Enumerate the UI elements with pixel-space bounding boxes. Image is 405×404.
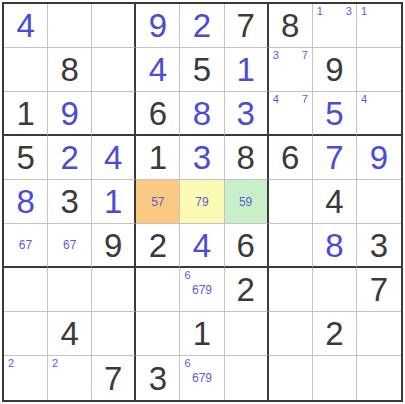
cell-r4c2[interactable]: 2 [48, 136, 92, 180]
entered-digit: 8 [193, 97, 211, 130]
entered-digit: 9 [370, 141, 388, 174]
given-digit: 4 [60, 317, 78, 350]
cell-r9c2[interactable]: 2 [48, 356, 92, 400]
cell-r9c4[interactable]: 3 [136, 356, 180, 400]
cell-r3c8[interactable]: 5 [313, 92, 357, 136]
cell-r2c9[interactable] [357, 48, 401, 92]
entered-digit: 9 [60, 97, 78, 130]
cell-r8c1[interactable] [4, 312, 48, 356]
given-digit: 9 [104, 229, 122, 262]
entered-digit: 2 [60, 141, 78, 174]
cell-r3c2[interactable]: 9 [48, 92, 92, 136]
cell-r7c7[interactable] [269, 268, 313, 312]
cell-r7c9[interactable]: 7 [357, 268, 401, 312]
cell-r6c5[interactable]: 4 [180, 224, 224, 268]
cell-r8c6[interactable] [225, 312, 269, 356]
cell-r7c4[interactable] [136, 268, 180, 312]
pencil-center-marks: 67 [19, 239, 32, 251]
cell-r3c5[interactable]: 8 [180, 92, 224, 136]
cell-r1c8[interactable]: 13 [313, 4, 357, 48]
cell-r5c5[interactable]: 79 [180, 180, 224, 224]
pencil-corner-mark: 7 [302, 49, 308, 61]
entered-digit: 7 [325, 141, 343, 174]
given-digit: 6 [236, 229, 254, 262]
given-digit: 2 [149, 229, 167, 262]
entered-digit: 3 [236, 97, 254, 130]
cell-r2c4[interactable]: 4 [136, 48, 180, 92]
cell-r2c5[interactable]: 5 [180, 48, 224, 92]
cell-r8c2[interactable]: 4 [48, 312, 92, 356]
cell-r9c1[interactable]: 2 [4, 356, 48, 400]
cell-r4c1[interactable]: 5 [4, 136, 48, 180]
cell-r5c9[interactable] [357, 180, 401, 224]
pencil-corner-mark: 1 [361, 5, 367, 17]
cell-r3c1[interactable]: 1 [4, 92, 48, 136]
cell-r5c1[interactable]: 8 [4, 180, 48, 224]
cell-r5c7[interactable] [269, 180, 313, 224]
given-digit: 8 [281, 9, 299, 42]
entered-digit: 4 [16, 9, 34, 42]
cell-r9c8[interactable] [313, 356, 357, 400]
cell-r1c4[interactable]: 9 [136, 4, 180, 48]
cell-r1c3[interactable] [92, 4, 136, 48]
given-digit: 4 [325, 185, 343, 218]
cell-r6c9[interactable]: 3 [357, 224, 401, 268]
cell-r4c7[interactable]: 6 [269, 136, 313, 180]
cell-r4c3[interactable]: 4 [92, 136, 136, 180]
entered-digit: 8 [325, 229, 343, 262]
entered-digit: 1 [236, 53, 254, 86]
entered-digit: 4 [149, 53, 167, 86]
cell-r6c6[interactable]: 6 [225, 224, 269, 268]
entered-digit: 1 [104, 185, 122, 218]
pencil-corner-mark: 7 [302, 93, 308, 105]
cell-r2c6[interactable]: 1 [225, 48, 269, 92]
cell-r7c1[interactable] [4, 268, 48, 312]
cell-r4c4[interactable]: 1 [136, 136, 180, 180]
cell-r8c4[interactable] [136, 312, 180, 356]
pencil-corner-mark: 2 [8, 357, 14, 369]
given-digit: 3 [370, 229, 388, 262]
pencil-center-marks: 679 [192, 284, 212, 296]
entered-digit: 4 [104, 141, 122, 174]
pencil-corner-mark: 4 [361, 93, 367, 105]
pencil-center-marks: 57 [151, 196, 164, 208]
cell-r8c8[interactable]: 2 [313, 312, 357, 356]
cell-r9c5[interactable]: 6679 [180, 356, 224, 400]
cell-r4c5[interactable]: 3 [180, 136, 224, 180]
cell-r9c7[interactable] [269, 356, 313, 400]
cell-r4c9[interactable]: 9 [357, 136, 401, 180]
given-digit: 2 [236, 273, 254, 306]
cell-r2c2[interactable]: 8 [48, 48, 92, 92]
pencil-corner-mark: 6 [184, 357, 190, 369]
cell-r2c1[interactable] [4, 48, 48, 92]
given-digit: 5 [193, 53, 211, 86]
given-digit: 3 [149, 362, 167, 395]
cell-r8c9[interactable] [357, 312, 401, 356]
given-digit: 1 [149, 141, 167, 174]
cell-r1c1[interactable]: 4 [4, 4, 48, 48]
given-digit: 9 [325, 53, 343, 86]
cell-r9c6[interactable] [225, 356, 269, 400]
cell-r6c1[interactable]: 67 [4, 224, 48, 268]
cell-r7c8[interactable] [313, 268, 357, 312]
cell-r2c7[interactable]: 37 [269, 48, 313, 92]
cell-r3c7[interactable]: 47 [269, 92, 313, 136]
cell-r4c8[interactable]: 7 [313, 136, 357, 180]
cell-r2c3[interactable] [92, 48, 136, 92]
pencil-corner-mark: 1 [317, 5, 323, 17]
given-digit: 7 [370, 273, 388, 306]
cell-r5c2[interactable]: 3 [48, 180, 92, 224]
cell-r8c5[interactable]: 1 [180, 312, 224, 356]
given-digit: 7 [236, 9, 254, 42]
cell-r1c9[interactable]: 1 [357, 4, 401, 48]
cell-r1c7[interactable]: 8 [269, 4, 313, 48]
cell-r7c3[interactable] [92, 268, 136, 312]
cell-r7c5[interactable]: 6679 [180, 268, 224, 312]
pencil-corner-mark: 6 [184, 269, 190, 281]
cell-r6c2[interactable]: 67 [48, 224, 92, 268]
given-digit: 2 [325, 317, 343, 350]
cell-r5c6[interactable]: 59 [225, 180, 269, 224]
pencil-center-marks: 59 [239, 196, 252, 208]
given-digit: 8 [236, 141, 254, 174]
given-digit: 1 [16, 97, 34, 130]
cell-r3c6[interactable]: 3 [225, 92, 269, 136]
cell-r6c3[interactable]: 9 [92, 224, 136, 268]
cell-r9c3[interactable]: 7 [92, 356, 136, 400]
cell-r1c2[interactable] [48, 4, 92, 48]
pencil-corner-mark: 2 [52, 357, 58, 369]
pencil-corner-mark: 3 [273, 49, 279, 61]
given-digit: 6 [281, 141, 299, 174]
cell-r5c4[interactable]: 57 [136, 180, 180, 224]
entered-digit: 5 [325, 97, 343, 130]
given-digit: 6 [149, 97, 167, 130]
cell-r6c7[interactable] [269, 224, 313, 268]
given-digit: 5 [16, 141, 34, 174]
entered-digit: 2 [193, 9, 211, 42]
pencil-corner-mark: 3 [346, 5, 352, 17]
cell-r3c3[interactable] [92, 92, 136, 136]
given-digit: 7 [104, 362, 122, 395]
cell-r5c8[interactable]: 4 [313, 180, 357, 224]
cell-r5c3[interactable]: 1 [92, 180, 136, 224]
pencil-center-marks: 67 [63, 239, 76, 251]
cell-r3c9[interactable]: 4 [357, 92, 401, 136]
cell-r1c5[interactable]: 2 [180, 4, 224, 48]
pencil-center-marks: 679 [192, 372, 212, 384]
cell-r1c6[interactable]: 7 [225, 4, 269, 48]
entered-digit: 4 [193, 229, 211, 262]
cell-r7c6[interactable]: 2 [225, 268, 269, 312]
cell-r4c6[interactable]: 8 [225, 136, 269, 180]
cell-r6c8[interactable]: 8 [313, 224, 357, 268]
cell-r8c3[interactable] [92, 312, 136, 356]
cell-r3c4[interactable]: 6 [136, 92, 180, 136]
entered-digit: 8 [16, 185, 34, 218]
cell-r8c7[interactable] [269, 312, 313, 356]
entered-digit: 9 [149, 9, 167, 42]
pencil-corner-mark: 4 [273, 93, 279, 105]
cell-r9c9[interactable] [357, 356, 401, 400]
given-digit: 1 [193, 317, 211, 350]
cell-r7c2[interactable] [48, 268, 92, 312]
given-digit: 8 [60, 53, 78, 86]
cell-r2c8[interactable]: 9 [313, 48, 357, 92]
entered-digit: 3 [193, 141, 211, 174]
pencil-center-marks: 79 [195, 196, 208, 208]
sudoku-page: 4927813184513791968347545241386798315779… [0, 0, 405, 404]
sudoku-board: 4927813184513791968347545241386798315779… [2, 2, 403, 402]
given-digit: 3 [60, 185, 78, 218]
cell-r6c4[interactable]: 2 [136, 224, 180, 268]
